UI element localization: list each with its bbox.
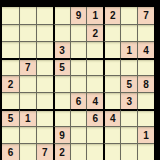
sudoku-cell-r5c5[interactable] — [70, 75, 87, 92]
sudoku-cell-r5c8[interactable]: 5 — [120, 75, 137, 92]
sudoku-cell-r4c4[interactable]: 5 — [53, 58, 70, 75]
sudoku-cell-r1c8[interactable] — [120, 7, 137, 24]
sudoku-cell-r3c8[interactable]: 1 — [120, 41, 137, 58]
sudoku-cell-r6c9[interactable] — [137, 92, 154, 109]
sudoku-cell-r5c4[interactable] — [53, 75, 70, 92]
sudoku-cell-r2c4[interactable] — [53, 24, 70, 41]
sudoku-cell-r6c1[interactable] — [2, 92, 19, 109]
board-frame: 9127231475258643516491672 — [0, 0, 160, 160]
sudoku-cell-r6c5[interactable]: 6 — [70, 92, 87, 109]
sudoku-cell-r7c6[interactable]: 6 — [86, 109, 103, 126]
sudoku-cell-r4c8[interactable] — [120, 58, 137, 75]
sudoku-cell-r7c8[interactable] — [120, 109, 137, 126]
sudoku-cell-r8c5[interactable] — [70, 126, 87, 143]
sudoku-cell-r1c3[interactable] — [36, 7, 53, 24]
sudoku-cell-r1c2[interactable] — [19, 7, 36, 24]
sudoku-cell-r3c2[interactable] — [19, 41, 36, 58]
sudoku-cell-r3c5[interactable] — [70, 41, 87, 58]
sudoku-cell-r6c6[interactable]: 4 — [86, 92, 103, 109]
sudoku-cell-r1c9[interactable]: 7 — [137, 7, 154, 24]
sudoku-cell-r6c8[interactable]: 3 — [120, 92, 137, 109]
sudoku-cell-r3c4[interactable]: 3 — [53, 41, 70, 58]
sudoku-cell-r4c1[interactable] — [2, 58, 19, 75]
sudoku-cell-r3c1[interactable] — [2, 41, 19, 58]
sudoku-cell-r8c1[interactable] — [2, 126, 19, 143]
sudoku-cell-r7c7[interactable]: 4 — [103, 109, 120, 126]
sudoku-cell-r4c3[interactable] — [36, 58, 53, 75]
sudoku-cell-r4c2[interactable]: 7 — [19, 58, 36, 75]
sudoku-cell-r6c2[interactable] — [19, 92, 36, 109]
sudoku-cell-r8c2[interactable] — [19, 126, 36, 143]
sudoku-cell-r2c1[interactable] — [2, 24, 19, 41]
sudoku-cell-r5c9[interactable]: 8 — [137, 75, 154, 92]
sudoku-cell-r3c9[interactable]: 4 — [137, 41, 154, 58]
sudoku-cell-r8c7[interactable] — [103, 126, 120, 143]
sudoku-cell-r7c1[interactable]: 5 — [2, 109, 19, 126]
sudoku-cell-r9c1[interactable]: 6 — [2, 143, 19, 160]
sudoku-cell-r9c6[interactable] — [86, 143, 103, 160]
sudoku-cell-r9c4[interactable]: 2 — [53, 143, 70, 160]
sudoku-cell-r5c3[interactable] — [36, 75, 53, 92]
sudoku-cell-r5c1[interactable]: 2 — [2, 75, 19, 92]
sudoku-cell-r2c9[interactable] — [137, 24, 154, 41]
sudoku-cell-r1c1[interactable] — [2, 7, 19, 24]
sudoku-cell-r9c5[interactable] — [70, 143, 87, 160]
sudoku-cell-r2c8[interactable] — [120, 24, 137, 41]
sudoku-cell-r6c4[interactable] — [53, 92, 70, 109]
sudoku-cell-r1c7[interactable]: 2 — [103, 7, 120, 24]
sudoku-cell-r8c3[interactable] — [36, 126, 53, 143]
sudoku-cell-r9c8[interactable] — [120, 143, 137, 160]
sudoku-cell-r9c3[interactable]: 7 — [36, 143, 53, 160]
sudoku-cell-r6c3[interactable] — [36, 92, 53, 109]
sudoku-cell-r2c5[interactable] — [70, 24, 87, 41]
sudoku-cell-r4c7[interactable] — [103, 58, 120, 75]
sudoku-cell-r2c2[interactable] — [19, 24, 36, 41]
sudoku-cell-r3c3[interactable] — [36, 41, 53, 58]
sudoku-cell-r8c8[interactable] — [120, 126, 137, 143]
sudoku-cell-r2c6[interactable]: 2 — [86, 24, 103, 41]
sudoku-cell-r6c7[interactable] — [103, 92, 120, 109]
sudoku-cell-r2c7[interactable] — [103, 24, 120, 41]
sudoku-cell-r1c5[interactable]: 9 — [70, 7, 87, 24]
sudoku-cell-r1c6[interactable]: 1 — [86, 7, 103, 24]
sudoku-cell-r9c7[interactable] — [103, 143, 120, 160]
sudoku-cell-r8c6[interactable] — [86, 126, 103, 143]
sudoku-cell-r7c3[interactable] — [36, 109, 53, 126]
sudoku-cell-r7c4[interactable] — [53, 109, 70, 126]
sudoku-cell-r9c2[interactable] — [19, 143, 36, 160]
sudoku-board: 9127231475258643516491672 — [2, 7, 154, 160]
sudoku-cell-r1c4[interactable] — [53, 7, 70, 24]
sudoku-cell-r3c7[interactable] — [103, 41, 120, 58]
sudoku-cell-r7c5[interactable] — [70, 109, 87, 126]
sudoku-cell-r5c6[interactable] — [86, 75, 103, 92]
sudoku-cell-r7c2[interactable]: 1 — [19, 109, 36, 126]
sudoku-cell-r3c6[interactable] — [86, 41, 103, 58]
sudoku-cell-r8c4[interactable]: 9 — [53, 126, 70, 143]
sudoku-cell-r2c3[interactable] — [36, 24, 53, 41]
sudoku-cell-r4c6[interactable] — [86, 58, 103, 75]
sudoku-cell-r7c9[interactable] — [137, 109, 154, 126]
sudoku-cell-r4c9[interactable] — [137, 58, 154, 75]
sudoku-cell-r4c5[interactable] — [70, 58, 87, 75]
sudoku-cell-r9c9[interactable] — [137, 143, 154, 160]
sudoku-cell-r5c2[interactable] — [19, 75, 36, 92]
sudoku-cell-r8c9[interactable]: 1 — [137, 126, 154, 143]
sudoku-cell-r5c7[interactable] — [103, 75, 120, 92]
